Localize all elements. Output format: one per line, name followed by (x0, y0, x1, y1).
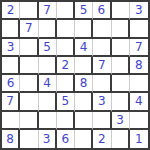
cell-r3c3[interactable]: 5 (39, 39, 57, 57)
given-digit: 5 (62, 95, 70, 107)
cell-r5c3[interactable]: 4 (39, 75, 57, 93)
cell-r5c7[interactable] (112, 75, 130, 93)
cell-r6c2[interactable] (20, 93, 38, 111)
given-digit: 6 (98, 4, 106, 16)
given-digit: 2 (7, 4, 15, 16)
given-digit: 8 (135, 59, 143, 71)
cell-r6c8[interactable]: 4 (130, 93, 148, 111)
cell-r4c8[interactable]: 8 (130, 57, 148, 75)
cell-r8c1[interactable]: 8 (2, 130, 20, 148)
given-digit: 7 (135, 41, 143, 53)
cell-r2c4[interactable] (57, 20, 75, 38)
given-digit: 3 (98, 95, 106, 107)
cell-r3c5[interactable]: 4 (75, 39, 93, 57)
given-digit: 7 (25, 22, 33, 34)
given-digit: 7 (6, 95, 14, 107)
cell-r5c2[interactable] (20, 75, 38, 93)
given-digit: 6 (7, 77, 15, 89)
cell-r2c7[interactable] (112, 20, 130, 38)
given-digit: 3 (116, 114, 124, 126)
cell-r1c7[interactable] (112, 2, 130, 20)
given-digit: 4 (80, 41, 88, 53)
cell-r8c7[interactable] (112, 130, 130, 148)
cell-r8c8[interactable]: 1 (130, 130, 148, 148)
cell-r8c5[interactable] (75, 130, 93, 148)
cell-r3c7[interactable] (112, 39, 130, 57)
given-digit: 8 (6, 133, 14, 145)
cell-r2c3[interactable] (39, 20, 57, 38)
cell-r7c7[interactable]: 3 (112, 112, 130, 130)
cell-r7c3[interactable] (39, 112, 57, 130)
cell-r5c6[interactable] (93, 75, 111, 93)
cell-r6c4[interactable]: 5 (57, 93, 75, 111)
cell-r4c1[interactable] (2, 57, 20, 75)
cell-r6c7[interactable] (112, 93, 130, 111)
given-digit: 8 (80, 77, 88, 89)
cell-r3c8[interactable]: 7 (130, 39, 148, 57)
cell-r4c7[interactable] (112, 57, 130, 75)
cell-r2c2[interactable]: 7 (20, 20, 38, 38)
cell-r8c2[interactable] (20, 130, 38, 148)
given-digit: 5 (43, 41, 51, 53)
given-digit: 6 (62, 133, 70, 145)
cell-r4c6[interactable]: 7 (93, 57, 111, 75)
cell-r4c4[interactable]: 2 (57, 57, 75, 75)
given-digit: 4 (43, 77, 51, 89)
cell-r8c4[interactable]: 6 (57, 130, 75, 148)
cell-r5c1[interactable]: 6 (2, 75, 20, 93)
cell-r1c6[interactable]: 6 (93, 2, 111, 20)
given-digit: 7 (98, 59, 106, 71)
cell-r6c1[interactable]: 7 (2, 93, 20, 111)
cell-r7c4[interactable] (57, 112, 75, 130)
given-digit: 7 (43, 4, 51, 16)
cell-r7c5[interactable] (75, 112, 93, 130)
cell-r2c6[interactable] (93, 20, 111, 38)
cell-r6c3[interactable] (39, 93, 57, 111)
sudoku-board: 27563735472786487534383621 (0, 0, 150, 150)
cell-r8c6[interactable]: 2 (93, 130, 111, 148)
cell-r1c3[interactable]: 7 (39, 2, 57, 20)
cell-r7c2[interactable] (20, 112, 38, 130)
cell-r5c4[interactable] (57, 75, 75, 93)
cell-r2c1[interactable] (2, 20, 20, 38)
given-digit: 3 (7, 41, 15, 53)
cell-r3c1[interactable]: 3 (2, 39, 20, 57)
cell-r3c4[interactable] (57, 39, 75, 57)
cell-r7c1[interactable] (2, 112, 20, 130)
cell-r1c2[interactable] (20, 2, 38, 20)
cell-r1c4[interactable] (57, 2, 75, 20)
cell-r5c5[interactable]: 8 (75, 75, 93, 93)
given-digit: 4 (135, 95, 143, 107)
cell-r2c5[interactable] (75, 20, 93, 38)
cell-r3c2[interactable] (20, 39, 38, 57)
given-digit: 2 (98, 133, 106, 145)
given-digit: 3 (135, 4, 143, 16)
cell-r3c6[interactable] (93, 39, 111, 57)
cell-r6c5[interactable] (75, 93, 93, 111)
cell-r1c8[interactable]: 3 (130, 2, 148, 20)
cell-r2c8[interactable] (130, 20, 148, 38)
cell-r4c3[interactable] (39, 57, 57, 75)
cell-r1c1[interactable]: 2 (2, 2, 20, 20)
given-digit: 1 (135, 133, 143, 145)
cell-r4c5[interactable] (75, 57, 93, 75)
cell-r4c2[interactable] (20, 57, 38, 75)
given-digit: 2 (62, 59, 70, 71)
cell-r8c3[interactable]: 3 (39, 130, 57, 148)
cell-r6c6[interactable]: 3 (93, 93, 111, 111)
cell-r7c8[interactable] (130, 112, 148, 130)
given-digit: 3 (43, 133, 51, 145)
given-digit: 5 (80, 4, 88, 16)
cell-r5c8[interactable] (130, 75, 148, 93)
cell-r7c6[interactable] (93, 112, 111, 130)
cell-r1c5[interactable]: 5 (75, 2, 93, 20)
